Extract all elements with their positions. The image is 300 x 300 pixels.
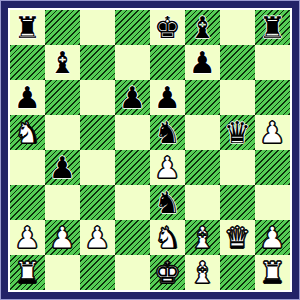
white-bishop-piece[interactable]: ♝ bbox=[189, 255, 216, 290]
black-knight-piece[interactable]: ♞ bbox=[154, 115, 181, 150]
square-c4[interactable] bbox=[80, 150, 115, 185]
square-a1[interactable]: ♜ bbox=[10, 255, 45, 290]
white-pawn-piece[interactable]: ♟ bbox=[259, 115, 286, 150]
black-rook-piece[interactable]: ♜ bbox=[14, 10, 41, 45]
square-d5[interactable] bbox=[115, 115, 150, 150]
white-rook-piece[interactable]: ♜ bbox=[14, 255, 41, 290]
white-pawn-piece[interactable]: ♟ bbox=[49, 220, 76, 255]
black-rook-piece[interactable]: ♜ bbox=[259, 10, 286, 45]
white-queen-piece[interactable]: ♛ bbox=[224, 220, 251, 255]
square-c2[interactable]: ♟ bbox=[80, 220, 115, 255]
square-h5[interactable]: ♟ bbox=[255, 115, 290, 150]
black-pawn-piece[interactable]: ♟ bbox=[154, 80, 181, 115]
square-h7[interactable] bbox=[255, 45, 290, 80]
square-e3[interactable]: ♞ bbox=[150, 185, 185, 220]
square-c6[interactable] bbox=[80, 80, 115, 115]
square-d2[interactable] bbox=[115, 220, 150, 255]
square-h3[interactable] bbox=[255, 185, 290, 220]
board-inner-border: ♜♚♝♜♝♟♟♟♟♞♞♛♟♟♟♞♟♟♟♞♝♛♟♜♚♝♜ bbox=[8, 8, 292, 292]
square-c8[interactable] bbox=[80, 10, 115, 45]
square-f2[interactable]: ♝ bbox=[185, 220, 220, 255]
square-c7[interactable] bbox=[80, 45, 115, 80]
square-b4[interactable]: ♟ bbox=[45, 150, 80, 185]
square-h6[interactable] bbox=[255, 80, 290, 115]
square-g4[interactable] bbox=[220, 150, 255, 185]
square-f3[interactable] bbox=[185, 185, 220, 220]
square-d4[interactable] bbox=[115, 150, 150, 185]
square-e4[interactable]: ♟ bbox=[150, 150, 185, 185]
white-pawn-piece[interactable]: ♟ bbox=[84, 220, 111, 255]
square-c3[interactable] bbox=[80, 185, 115, 220]
black-pawn-piece[interactable]: ♟ bbox=[189, 45, 216, 80]
square-f5[interactable] bbox=[185, 115, 220, 150]
black-pawn-piece[interactable]: ♟ bbox=[119, 80, 146, 115]
square-d3[interactable] bbox=[115, 185, 150, 220]
square-g3[interactable] bbox=[220, 185, 255, 220]
square-a8[interactable]: ♜ bbox=[10, 10, 45, 45]
black-pawn-piece[interactable]: ♟ bbox=[14, 80, 41, 115]
black-queen-piece[interactable]: ♛ bbox=[224, 115, 251, 150]
square-f6[interactable] bbox=[185, 80, 220, 115]
square-a5[interactable]: ♞ bbox=[10, 115, 45, 150]
white-rook-piece[interactable]: ♜ bbox=[259, 255, 286, 290]
square-f4[interactable] bbox=[185, 150, 220, 185]
square-b1[interactable] bbox=[45, 255, 80, 290]
white-knight-piece[interactable]: ♞ bbox=[14, 115, 41, 150]
square-h2[interactable]: ♟ bbox=[255, 220, 290, 255]
square-a6[interactable]: ♟ bbox=[10, 80, 45, 115]
square-b3[interactable] bbox=[45, 185, 80, 220]
square-g2[interactable]: ♛ bbox=[220, 220, 255, 255]
square-e2[interactable]: ♞ bbox=[150, 220, 185, 255]
square-e6[interactable]: ♟ bbox=[150, 80, 185, 115]
black-bishop-piece[interactable]: ♝ bbox=[189, 10, 216, 45]
square-b7[interactable]: ♝ bbox=[45, 45, 80, 80]
square-g7[interactable] bbox=[220, 45, 255, 80]
square-c5[interactable] bbox=[80, 115, 115, 150]
square-f8[interactable]: ♝ bbox=[185, 10, 220, 45]
white-pawn-piece[interactable]: ♟ bbox=[259, 220, 286, 255]
square-d1[interactable] bbox=[115, 255, 150, 290]
square-d6[interactable]: ♟ bbox=[115, 80, 150, 115]
square-a2[interactable]: ♟ bbox=[10, 220, 45, 255]
black-pawn-piece[interactable]: ♟ bbox=[49, 150, 76, 185]
square-f7[interactable]: ♟ bbox=[185, 45, 220, 80]
square-b8[interactable] bbox=[45, 10, 80, 45]
chess-board: ♜♚♝♜♝♟♟♟♟♞♞♛♟♟♟♞♟♟♟♞♝♛♟♜♚♝♜ bbox=[10, 10, 290, 290]
white-king-piece[interactable]: ♚ bbox=[154, 255, 181, 290]
black-bishop-piece[interactable]: ♝ bbox=[49, 45, 76, 80]
square-d7[interactable] bbox=[115, 45, 150, 80]
square-b5[interactable] bbox=[45, 115, 80, 150]
square-h4[interactable] bbox=[255, 150, 290, 185]
black-king-piece[interactable]: ♚ bbox=[154, 10, 181, 45]
white-pawn-piece[interactable]: ♟ bbox=[14, 220, 41, 255]
square-e8[interactable]: ♚ bbox=[150, 10, 185, 45]
square-g6[interactable] bbox=[220, 80, 255, 115]
square-e5[interactable]: ♞ bbox=[150, 115, 185, 150]
square-d8[interactable] bbox=[115, 10, 150, 45]
square-h1[interactable]: ♜ bbox=[255, 255, 290, 290]
square-g5[interactable]: ♛ bbox=[220, 115, 255, 150]
square-a4[interactable] bbox=[10, 150, 45, 185]
square-g1[interactable] bbox=[220, 255, 255, 290]
square-a7[interactable] bbox=[10, 45, 45, 80]
square-e7[interactable] bbox=[150, 45, 185, 80]
board-frame: ♜♚♝♜♝♟♟♟♟♞♞♛♟♟♟♞♟♟♟♞♝♛♟♜♚♝♜ bbox=[0, 0, 300, 300]
square-g8[interactable] bbox=[220, 10, 255, 45]
square-e1[interactable]: ♚ bbox=[150, 255, 185, 290]
square-c1[interactable] bbox=[80, 255, 115, 290]
square-a3[interactable] bbox=[10, 185, 45, 220]
white-pawn-piece[interactable]: ♟ bbox=[154, 150, 181, 185]
square-f1[interactable]: ♝ bbox=[185, 255, 220, 290]
square-h8[interactable]: ♜ bbox=[255, 10, 290, 45]
black-knight-piece[interactable]: ♞ bbox=[154, 185, 181, 220]
square-b2[interactable]: ♟ bbox=[45, 220, 80, 255]
white-bishop-piece[interactable]: ♝ bbox=[189, 220, 216, 255]
white-knight-piece[interactable]: ♞ bbox=[154, 220, 181, 255]
square-b6[interactable] bbox=[45, 80, 80, 115]
